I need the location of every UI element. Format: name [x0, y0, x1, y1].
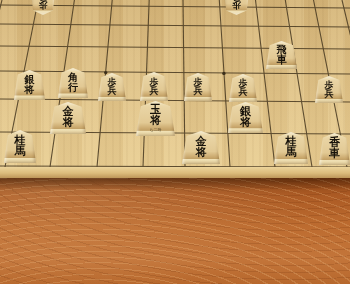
- board-front-edge: [0, 167, 350, 178]
- piece-kanji: 兵: [239, 88, 248, 97]
- piece-kanji: 兵: [194, 87, 203, 96]
- shogi-photo: 歩兵歩兵飛車銀将角行歩兵歩兵歩兵歩兵歩兵金将玉将ら二玲銀将桂馬金将桂馬香車: [0, 0, 350, 284]
- piece-kanji: 将: [25, 85, 35, 95]
- piece-kanji: 将: [240, 117, 251, 128]
- wooden-table: [0, 178, 350, 284]
- piece-sente-kin-49[interactable]: 金将: [182, 131, 220, 164]
- piece-sente-kyo-19[interactable]: 香車: [319, 133, 350, 165]
- piece-kanji: 将: [150, 116, 161, 127]
- piece-sente-fu-57[interactable]: 歩兵: [140, 72, 168, 101]
- piece-kanji: 将: [63, 118, 74, 129]
- piece-kanji: 歩: [39, 0, 48, 9]
- piece-sente-fu-37[interactable]: 歩兵: [229, 74, 257, 102]
- king-maker-inscription: ら二玲: [149, 128, 161, 132]
- piece-kanji: 行: [68, 83, 78, 93]
- piece-kanji: 歩: [232, 0, 241, 9]
- piece-kanji: 車: [277, 55, 287, 65]
- piece-sente-fu-17[interactable]: 歩兵: [315, 76, 343, 103]
- piece-kanji: 車: [329, 149, 340, 160]
- piece-sente-hi-26[interactable]: 飛車: [266, 41, 297, 69]
- shogi-board[interactable]: 歩兵歩兵飛車銀将角行歩兵歩兵歩兵歩兵歩兵金将玉将ら二玲銀将桂馬金将桂馬香車: [0, 0, 350, 167]
- piece-sente-kin-78[interactable]: 金将: [50, 102, 86, 134]
- piece-kanji: 兵: [108, 87, 117, 96]
- piece-kanji: 馬: [15, 146, 26, 157]
- piece-kanji: 馬: [286, 148, 297, 159]
- piece-sente-gin-38[interactable]: 銀将: [228, 102, 263, 133]
- piece-sente-gyoku-58[interactable]: 玉将ら二玲: [136, 101, 175, 136]
- piece-kanji: 将: [196, 147, 207, 158]
- piece-sente-kei-29[interactable]: 桂馬: [274, 132, 308, 164]
- piece-kanji: 兵: [150, 86, 159, 95]
- piece-sente-gin-87[interactable]: 銀将: [14, 70, 45, 100]
- piece-sente-kei-89[interactable]: 桂馬: [4, 130, 36, 163]
- piece-kanji: 兵: [325, 89, 334, 98]
- piece-sente-fu-67[interactable]: 歩兵: [98, 73, 126, 101]
- piece-sente-fu-47[interactable]: 歩兵: [184, 73, 212, 101]
- piece-sente-kaku-77[interactable]: 角行: [58, 68, 88, 98]
